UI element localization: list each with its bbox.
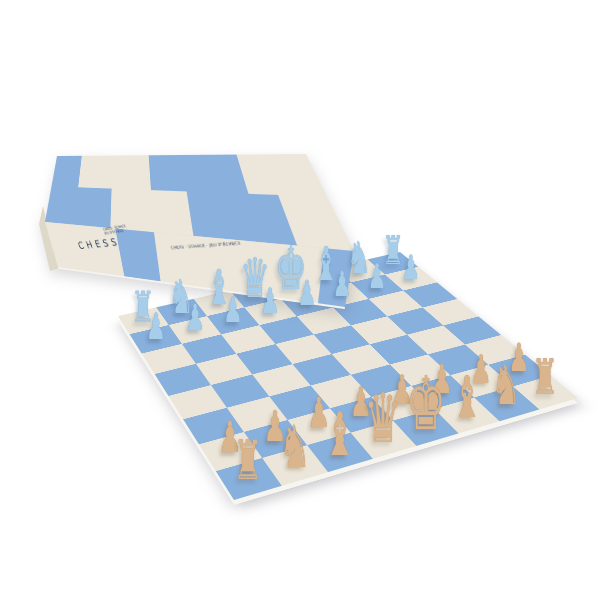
piece-white-wood-bishop-c1: ♝ bbox=[323, 403, 356, 463]
piece-black-blue-pawn-g7: ♟ bbox=[368, 259, 387, 293]
piece-white-wood-knight-b1: ♞ bbox=[279, 418, 311, 477]
piece-black-blue-pawn-a7: ♟ bbox=[146, 310, 166, 346]
product-photo-scene: CHESS CHESS · SCHACKJEU D'ÉCHECS CHESS ·… bbox=[0, 0, 612, 612]
piece-black-blue-pawn-c7: ♟ bbox=[223, 292, 242, 328]
pieces-layer: ♜♞♝♛♚♝♞♜♟♟♟♟♟♟♟♟♟♟♟♟♟♟♟♟♜♞♝♛♚♝♞♜ bbox=[0, 0, 612, 612]
piece-white-wood-knight-g1: ♞ bbox=[492, 360, 522, 414]
piece-white-wood-king-e1: ♚ bbox=[405, 368, 445, 442]
piece-black-blue-pawn-f7: ♟ bbox=[333, 267, 352, 301]
piece-black-blue-pawn-h7: ♟ bbox=[402, 251, 420, 285]
piece-white-wood-rook-a1: ♜ bbox=[234, 435, 264, 489]
piece-white-wood-queen-d1: ♛ bbox=[365, 384, 402, 452]
piece-white-wood-rook-h1: ♜ bbox=[532, 353, 559, 402]
piece-black-blue-pawn-e7: ♟ bbox=[297, 275, 316, 310]
piece-white-wood-bishop-f1: ♝ bbox=[451, 369, 482, 427]
piece-black-blue-pawn-b7: ♟ bbox=[185, 301, 205, 337]
piece-black-blue-pawn-d7: ♟ bbox=[261, 283, 280, 318]
